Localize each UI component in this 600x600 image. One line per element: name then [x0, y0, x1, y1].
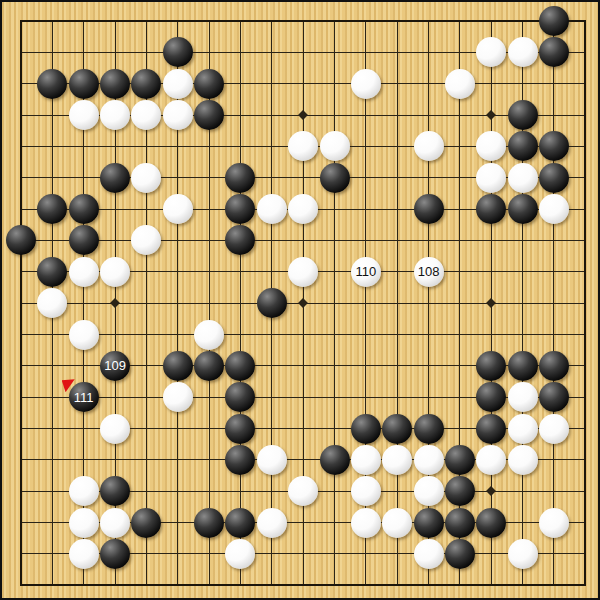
white-stone: 108	[414, 257, 444, 287]
black-stone	[37, 69, 67, 99]
white-stone	[508, 414, 538, 444]
move-number-label: 111	[74, 391, 94, 404]
white-stone	[539, 414, 569, 444]
white-stone	[414, 539, 444, 569]
white-stone	[100, 100, 130, 130]
white-stone	[508, 382, 538, 412]
white-stone	[100, 508, 130, 538]
black-stone	[225, 445, 255, 475]
white-stone	[382, 445, 412, 475]
move-number-label: 110	[355, 265, 376, 278]
black-stone	[445, 508, 475, 538]
white-stone	[414, 445, 444, 475]
white-stone	[131, 225, 161, 255]
black-stone	[37, 257, 67, 287]
black-stone	[320, 163, 350, 193]
black-stone	[508, 100, 538, 130]
white-stone	[69, 508, 99, 538]
white-stone	[257, 194, 287, 224]
white-stone	[257, 445, 287, 475]
black-stone	[414, 508, 444, 538]
black-stone	[69, 225, 99, 255]
black-stone	[445, 445, 475, 475]
black-stone	[445, 476, 475, 506]
black-stone	[69, 69, 99, 99]
white-stone	[414, 476, 444, 506]
white-stone: 110	[351, 257, 381, 287]
black-stone	[100, 163, 130, 193]
white-stone	[100, 414, 130, 444]
white-stone	[163, 100, 193, 130]
go-board[interactable]: 110108109111	[0, 0, 600, 600]
white-stone	[69, 257, 99, 287]
black-stone: 109	[100, 351, 130, 381]
black-stone	[445, 539, 475, 569]
white-stone	[288, 476, 318, 506]
white-stone	[69, 539, 99, 569]
black-stone	[257, 288, 287, 318]
black-stone	[194, 100, 224, 130]
black-stone	[476, 382, 506, 412]
black-stone	[69, 194, 99, 224]
black-stone	[37, 194, 67, 224]
black-stone	[225, 508, 255, 538]
move-number-label: 108	[418, 265, 440, 278]
white-stone	[351, 476, 381, 506]
black-stone	[100, 69, 130, 99]
white-stone	[69, 320, 99, 350]
white-stone	[508, 445, 538, 475]
white-stone	[445, 69, 475, 99]
black-stone	[163, 37, 193, 67]
white-stone	[131, 163, 161, 193]
black-stone	[539, 131, 569, 161]
white-stone	[100, 257, 130, 287]
white-stone	[288, 194, 318, 224]
white-stone	[508, 539, 538, 569]
black-stone	[414, 414, 444, 444]
white-stone	[288, 257, 318, 287]
black-stone	[163, 351, 193, 381]
white-stone	[476, 131, 506, 161]
black-stone	[100, 476, 130, 506]
black-stone	[476, 508, 506, 538]
black-stone	[508, 351, 538, 381]
white-stone	[131, 100, 161, 130]
white-stone	[163, 69, 193, 99]
white-stone	[351, 69, 381, 99]
white-stone	[476, 37, 506, 67]
black-stone	[194, 508, 224, 538]
white-stone	[539, 194, 569, 224]
black-stone	[539, 163, 569, 193]
black-stone	[194, 351, 224, 381]
black-stone	[414, 194, 444, 224]
white-stone	[37, 288, 67, 318]
black-stone	[476, 194, 506, 224]
black-stone	[539, 351, 569, 381]
black-stone	[225, 351, 255, 381]
black-stone	[225, 194, 255, 224]
white-stone	[476, 445, 506, 475]
black-stone	[320, 445, 350, 475]
white-stone	[163, 194, 193, 224]
black-stone	[539, 37, 569, 67]
white-stone	[382, 508, 412, 538]
white-stone	[476, 163, 506, 193]
black-stone	[225, 382, 255, 412]
white-stone	[288, 131, 318, 161]
move-number-label: 109	[104, 359, 126, 372]
black-stone	[225, 414, 255, 444]
white-stone	[508, 37, 538, 67]
black-stone	[351, 414, 381, 444]
black-stone	[6, 225, 36, 255]
black-stone	[539, 382, 569, 412]
white-stone	[508, 163, 538, 193]
black-stone	[225, 225, 255, 255]
white-stone	[163, 382, 193, 412]
white-stone	[69, 100, 99, 130]
black-stone	[476, 414, 506, 444]
black-stone	[508, 194, 538, 224]
black-stone	[539, 6, 569, 36]
white-stone	[351, 445, 381, 475]
white-stone	[69, 476, 99, 506]
black-stone	[131, 508, 161, 538]
black-stone	[225, 163, 255, 193]
white-stone	[351, 508, 381, 538]
white-stone	[320, 131, 350, 161]
black-stone	[476, 351, 506, 381]
black-stone	[100, 539, 130, 569]
white-stone	[194, 320, 224, 350]
black-stone	[194, 69, 224, 99]
black-stone	[131, 69, 161, 99]
white-stone	[414, 131, 444, 161]
white-stone	[539, 508, 569, 538]
black-stone	[382, 414, 412, 444]
white-stone	[225, 539, 255, 569]
black-stone	[508, 131, 538, 161]
black-stone: 111	[69, 382, 99, 412]
white-stone	[257, 508, 287, 538]
